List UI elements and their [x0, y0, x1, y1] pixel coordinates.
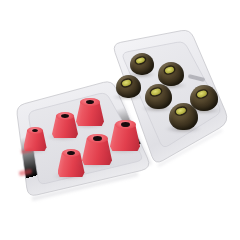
silicone-ear-tip-small-front [116, 75, 141, 98]
sound-channel-hole [121, 122, 130, 127]
red-reflection-mark [19, 169, 33, 177]
embossed-marking [188, 74, 205, 82]
red-foam-ear-tip-small-back [24, 127, 47, 151]
product-photo [0, 0, 240, 240]
silicone-ear-tip-medium-front [145, 84, 172, 109]
tips-layer [0, 0, 240, 240]
silicone-dome [169, 103, 198, 130]
silicone-dome [145, 84, 172, 109]
silicone-ear-tip-large-front [169, 103, 198, 130]
silicone-ear-tip-medium-back [158, 62, 184, 86]
silicone-ear-tip-small-back [130, 53, 154, 75]
red-reflection-mark [21, 148, 34, 154]
silicone-dome [130, 53, 154, 75]
sound-channel-hole [93, 136, 102, 141]
silicone-dome [116, 75, 141, 98]
sound-channel-hole [61, 114, 69, 118]
red-foam-ear-tip-large-back [76, 98, 104, 126]
red-foam-ear-tip-large-front [110, 120, 140, 151]
